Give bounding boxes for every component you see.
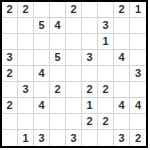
empty-cell-r5c7[interactable] bbox=[98, 66, 114, 82]
empty-cell-r6c9[interactable] bbox=[130, 82, 146, 98]
clue-cell-r1c8: 2 bbox=[114, 2, 130, 18]
clue-cell-r1c9: 1 bbox=[130, 2, 146, 18]
clue-cell-r6c2: 3 bbox=[18, 82, 34, 98]
empty-cell-r2c8[interactable] bbox=[114, 18, 130, 34]
empty-cell-r4c3[interactable] bbox=[34, 50, 50, 66]
empty-cell-r5c5[interactable] bbox=[66, 66, 82, 82]
empty-cell-r4c5[interactable] bbox=[66, 50, 82, 66]
empty-cell-r6c3[interactable] bbox=[34, 82, 50, 98]
empty-cell-r3c2[interactable] bbox=[18, 34, 34, 50]
empty-cell-r8c3[interactable] bbox=[34, 114, 50, 130]
empty-cell-r2c9[interactable] bbox=[130, 18, 146, 34]
empty-cell-r1c7[interactable] bbox=[98, 2, 114, 18]
empty-cell-r7c5[interactable] bbox=[66, 98, 82, 114]
empty-cell-r9c1[interactable] bbox=[2, 130, 18, 146]
clue-cell-r9c3: 3 bbox=[34, 130, 50, 146]
clue-cell-r8c7: 2 bbox=[98, 114, 114, 130]
empty-cell-r2c5[interactable] bbox=[66, 18, 82, 34]
empty-cell-r2c6[interactable] bbox=[82, 18, 98, 34]
clue-cell-r4c1: 3 bbox=[2, 50, 18, 66]
empty-cell-r5c2[interactable] bbox=[18, 66, 34, 82]
minesweeper-board: 22221543135342433222241442213332 bbox=[0, 0, 148, 148]
clue-cell-r6c4: 2 bbox=[50, 82, 66, 98]
empty-cell-r4c9[interactable] bbox=[130, 50, 146, 66]
empty-cell-r8c2[interactable] bbox=[18, 114, 34, 130]
empty-cell-r5c6[interactable] bbox=[82, 66, 98, 82]
empty-cell-r3c3[interactable] bbox=[34, 34, 50, 50]
empty-cell-r1c4[interactable] bbox=[50, 2, 66, 18]
empty-cell-r8c1[interactable] bbox=[2, 114, 18, 130]
empty-cell-r6c1[interactable] bbox=[2, 82, 18, 98]
empty-cell-r5c4[interactable] bbox=[50, 66, 66, 82]
empty-cell-r3c6[interactable] bbox=[82, 34, 98, 50]
clue-cell-r9c9: 2 bbox=[130, 130, 146, 146]
clue-cell-r9c2: 1 bbox=[18, 130, 34, 146]
empty-cell-r8c5[interactable] bbox=[66, 114, 82, 130]
clue-cell-r9c8: 3 bbox=[114, 130, 130, 146]
puzzle-page: 22221543135342433222241442213332 bbox=[0, 0, 150, 150]
empty-cell-r5c8[interactable] bbox=[114, 66, 130, 82]
empty-cell-r2c2[interactable] bbox=[18, 18, 34, 34]
empty-cell-r7c7[interactable] bbox=[98, 98, 114, 114]
clue-cell-r6c7: 2 bbox=[98, 82, 114, 98]
clue-cell-r7c6: 1 bbox=[82, 98, 98, 114]
clue-cell-r4c6: 3 bbox=[82, 50, 98, 66]
clue-cell-r7c1: 2 bbox=[2, 98, 18, 114]
clue-cell-r4c4: 5 bbox=[50, 50, 66, 66]
clue-cell-r7c9: 4 bbox=[130, 98, 146, 114]
empty-cell-r9c7[interactable] bbox=[98, 130, 114, 146]
clue-cell-r2c7: 3 bbox=[98, 18, 114, 34]
clue-cell-r2c3: 5 bbox=[34, 18, 50, 34]
clue-cell-r4c8: 4 bbox=[114, 50, 130, 66]
empty-cell-r3c8[interactable] bbox=[114, 34, 130, 50]
empty-cell-r3c4[interactable] bbox=[50, 34, 66, 50]
empty-cell-r3c5[interactable] bbox=[66, 34, 82, 50]
clue-cell-r8c6: 2 bbox=[82, 114, 98, 130]
clue-cell-r3c7: 1 bbox=[98, 34, 114, 50]
clue-cell-r2c4: 4 bbox=[50, 18, 66, 34]
empty-cell-r3c1[interactable] bbox=[2, 34, 18, 50]
clue-cell-r7c8: 4 bbox=[114, 98, 130, 114]
empty-cell-r6c8[interactable] bbox=[114, 82, 130, 98]
clue-cell-r5c3: 4 bbox=[34, 66, 50, 82]
empty-cell-r8c4[interactable] bbox=[50, 114, 66, 130]
empty-cell-r1c6[interactable] bbox=[82, 2, 98, 18]
empty-cell-r7c2[interactable] bbox=[18, 98, 34, 114]
clue-cell-r5c1: 2 bbox=[2, 66, 18, 82]
clue-cell-r5c9: 3 bbox=[130, 66, 146, 82]
empty-cell-r9c4[interactable] bbox=[50, 130, 66, 146]
empty-cell-r7c4[interactable] bbox=[50, 98, 66, 114]
empty-cell-r4c7[interactable] bbox=[98, 50, 114, 66]
clue-cell-r1c1: 2 bbox=[2, 2, 18, 18]
empty-cell-r8c9[interactable] bbox=[130, 114, 146, 130]
clue-cell-r7c3: 4 bbox=[34, 98, 50, 114]
empty-cell-r9c6[interactable] bbox=[82, 130, 98, 146]
empty-cell-r3c9[interactable] bbox=[130, 34, 146, 50]
empty-cell-r6c5[interactable] bbox=[66, 82, 82, 98]
empty-cell-r1c3[interactable] bbox=[34, 2, 50, 18]
clue-cell-r9c5: 3 bbox=[66, 130, 82, 146]
clue-cell-r6c6: 2 bbox=[82, 82, 98, 98]
empty-cell-r2c1[interactable] bbox=[2, 18, 18, 34]
empty-cell-r4c2[interactable] bbox=[18, 50, 34, 66]
clue-cell-r1c5: 2 bbox=[66, 2, 82, 18]
clue-cell-r1c2: 2 bbox=[18, 2, 34, 18]
empty-cell-r8c8[interactable] bbox=[114, 114, 130, 130]
